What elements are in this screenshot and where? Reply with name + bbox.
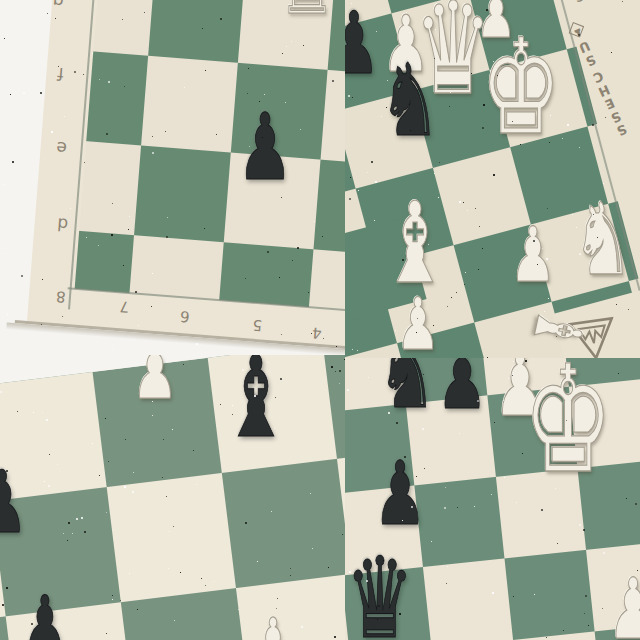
- photo-panel-top-left: gfed87654 ♜♟: [0, 0, 345, 355]
- photo-collage-chess-board: gfed87654 ♜♟ ♟ USCHESS: [0, 0, 640, 640]
- brand-letter-S: S: [583, 51, 597, 68]
- us-chess-triangle-crown-logo: [567, 311, 619, 358]
- board-section-a: gfed87654: [0, 0, 345, 355]
- brand-letter-S: S: [614, 121, 628, 138]
- checkerboard-squares: [0, 355, 345, 640]
- photo-panel-bottom-right: ♞♟♟♚♟♛♟: [345, 358, 640, 640]
- checkerboard-squares: [345, 358, 640, 640]
- photo-panel-bottom-left: ♟♝♟♟♟: [0, 355, 345, 640]
- board-section-c: [0, 355, 345, 640]
- board-section-d: [345, 358, 640, 640]
- board-section-b: ♟ USCHESS c: [345, 0, 640, 358]
- checkerboard-squares: [75, 0, 345, 322]
- photo-panel-top-right: ♟ USCHESS c ♟♟♞♛♟♚♝♟♞♟♝: [345, 0, 640, 358]
